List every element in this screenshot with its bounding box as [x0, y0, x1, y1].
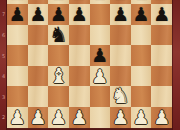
white-pawn[interactable]: ♟ — [50, 107, 67, 128]
board-grid: ♜♝♛♚♝♞♜♟♟♟♟♟♟♟♞♟♝♟♞♟♟♟♟♟♟♟ — [7, 0, 172, 128]
white-pawn[interactable]: ♟ — [112, 107, 129, 128]
black-pawn[interactable]: ♟ — [50, 4, 67, 25]
square-b4[interactable] — [28, 66, 49, 87]
white-pawn[interactable]: ♟ — [153, 107, 170, 128]
left-rail: 765432 — [0, 0, 7, 130]
white-bishop[interactable]: ♝ — [49, 66, 68, 87]
black-pawn[interactable]: ♟ — [133, 4, 150, 25]
square-d3[interactable] — [69, 86, 90, 107]
right-rail — [172, 0, 180, 130]
black-pawn[interactable]: ♟ — [91, 45, 108, 66]
square-d6[interactable] — [69, 25, 90, 46]
square-d2[interactable]: ♟ — [69, 107, 90, 128]
black-knight[interactable]: ♞ — [49, 25, 68, 46]
square-g3[interactable] — [131, 86, 152, 107]
square-d5[interactable] — [69, 45, 90, 66]
square-f5[interactable] — [110, 45, 131, 66]
square-h6[interactable] — [151, 25, 172, 46]
square-e6[interactable] — [90, 25, 111, 46]
white-pawn[interactable]: ♟ — [91, 66, 108, 87]
square-c2[interactable]: ♟ — [48, 107, 69, 128]
black-pawn[interactable]: ♟ — [112, 4, 129, 25]
square-g5[interactable] — [131, 45, 152, 66]
rank-label-6: 6 — [0, 32, 7, 37]
square-b3[interactable] — [28, 86, 49, 107]
black-pawn[interactable]: ♟ — [29, 4, 46, 25]
square-b5[interactable] — [28, 45, 49, 66]
square-c7[interactable]: ♟ — [48, 4, 69, 25]
square-f7[interactable]: ♟ — [110, 4, 131, 25]
rank-label-3: 3 — [0, 94, 7, 99]
rank-label-5: 5 — [0, 53, 7, 58]
white-pawn[interactable]: ♟ — [71, 107, 88, 128]
square-c5[interactable] — [48, 45, 69, 66]
square-c6[interactable]: ♞ — [48, 25, 69, 46]
square-b6[interactable] — [28, 25, 49, 46]
square-e5[interactable]: ♟ — [90, 45, 111, 66]
square-g6[interactable] — [131, 25, 152, 46]
square-d7[interactable]: ♟ — [69, 4, 90, 25]
white-pawn[interactable]: ♟ — [29, 107, 46, 128]
square-e4[interactable]: ♟ — [90, 66, 111, 87]
square-g7[interactable]: ♟ — [131, 4, 152, 25]
square-a5[interactable] — [7, 45, 28, 66]
square-b7[interactable]: ♟ — [28, 4, 49, 25]
chess-board-screenshot: ♜♝♛♚♝♞♜♟♟♟♟♟♟♟♞♟♝♟♞♟♟♟♟♟♟♟ 765432 — [0, 0, 180, 130]
rank-label-7: 7 — [0, 12, 7, 17]
square-f6[interactable] — [110, 25, 131, 46]
square-b2[interactable]: ♟ — [28, 107, 49, 128]
square-a3[interactable] — [7, 86, 28, 107]
square-d4[interactable] — [69, 66, 90, 87]
square-e7[interactable] — [90, 4, 111, 25]
bottom-edge — [0, 128, 180, 130]
square-h2[interactable]: ♟ — [151, 107, 172, 128]
black-pawn[interactable]: ♟ — [9, 4, 26, 25]
square-a7[interactable]: ♟ — [7, 4, 28, 25]
square-h7[interactable]: ♟ — [151, 4, 172, 25]
square-f2[interactable]: ♟ — [110, 107, 131, 128]
square-h4[interactable] — [151, 66, 172, 87]
square-f3[interactable]: ♞ — [110, 86, 131, 107]
square-c4[interactable]: ♝ — [48, 66, 69, 87]
rank-label-4: 4 — [0, 74, 7, 79]
white-knight[interactable]: ♞ — [111, 86, 130, 107]
square-h3[interactable] — [151, 86, 172, 107]
square-a2[interactable]: ♟ — [7, 107, 28, 128]
rank-label-2: 2 — [0, 115, 7, 120]
square-e3[interactable] — [90, 86, 111, 107]
square-a4[interactable] — [7, 66, 28, 87]
black-pawn[interactable]: ♟ — [71, 4, 88, 25]
white-pawn[interactable]: ♟ — [9, 107, 26, 128]
square-g4[interactable] — [131, 66, 152, 87]
square-e2[interactable] — [90, 107, 111, 128]
square-g2[interactable]: ♟ — [131, 107, 152, 128]
black-pawn[interactable]: ♟ — [153, 4, 170, 25]
square-f4[interactable] — [110, 66, 131, 87]
square-a6[interactable] — [7, 25, 28, 46]
white-pawn[interactable]: ♟ — [133, 107, 150, 128]
square-h5[interactable] — [151, 45, 172, 66]
square-c3[interactable] — [48, 86, 69, 107]
